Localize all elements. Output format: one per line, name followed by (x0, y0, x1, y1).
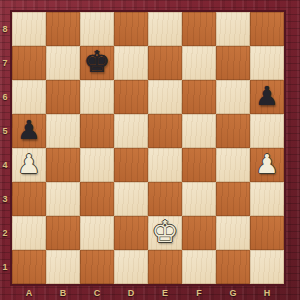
square-e2[interactable]: ♚ (148, 216, 182, 250)
square-h5[interactable] (250, 114, 284, 148)
square-g1[interactable] (216, 250, 250, 284)
square-g8[interactable] (216, 12, 250, 46)
square-d5[interactable] (114, 114, 148, 148)
square-d7[interactable] (114, 46, 148, 80)
square-e7[interactable] (148, 46, 182, 80)
square-d6[interactable] (114, 80, 148, 114)
rank-label-2: 2 (0, 216, 10, 250)
square-a3[interactable] (12, 182, 46, 216)
square-a6[interactable] (12, 80, 46, 114)
file-label-d: D (114, 286, 148, 300)
square-b7[interactable] (46, 46, 80, 80)
square-e4[interactable] (148, 148, 182, 182)
file-labels: ABCDEFGH (12, 286, 284, 300)
square-d2[interactable] (114, 216, 148, 250)
square-f5[interactable] (182, 114, 216, 148)
square-h2[interactable] (250, 216, 284, 250)
square-a4[interactable]: ♟ (12, 148, 46, 182)
square-c6[interactable] (80, 80, 114, 114)
file-label-h: H (250, 286, 284, 300)
square-b5[interactable] (46, 114, 80, 148)
square-g4[interactable] (216, 148, 250, 182)
square-e5[interactable] (148, 114, 182, 148)
square-b3[interactable] (46, 182, 80, 216)
square-d8[interactable] (114, 12, 148, 46)
file-label-f: F (182, 286, 216, 300)
square-e6[interactable] (148, 80, 182, 114)
white-king-e2[interactable]: ♚ (152, 215, 179, 249)
square-d1[interactable] (114, 250, 148, 284)
file-label-g: G (216, 286, 250, 300)
square-d4[interactable] (114, 148, 148, 182)
rank-label-6: 6 (0, 80, 10, 114)
file-label-a: A (12, 286, 46, 300)
square-g3[interactable] (216, 182, 250, 216)
rank-labels: 87654321 (0, 12, 10, 284)
square-c4[interactable] (80, 148, 114, 182)
square-e1[interactable] (148, 250, 182, 284)
square-e8[interactable] (148, 12, 182, 46)
chessboard-frame: 87654321 ♚♟♟♟♟♚ ABCDEFGH (0, 0, 300, 300)
square-f4[interactable] (182, 148, 216, 182)
square-a8[interactable] (12, 12, 46, 46)
square-f8[interactable] (182, 12, 216, 46)
square-h6[interactable]: ♟ (250, 80, 284, 114)
square-a2[interactable] (12, 216, 46, 250)
square-f1[interactable] (182, 250, 216, 284)
square-h7[interactable] (250, 46, 284, 80)
rank-label-4: 4 (0, 148, 10, 182)
black-pawn-a5[interactable]: ♟ (17, 113, 40, 147)
square-e3[interactable] (148, 182, 182, 216)
square-b6[interactable] (46, 80, 80, 114)
square-b4[interactable] (46, 148, 80, 182)
square-c2[interactable] (80, 216, 114, 250)
file-label-b: B (46, 286, 80, 300)
square-g6[interactable] (216, 80, 250, 114)
square-f6[interactable] (182, 80, 216, 114)
square-b8[interactable] (46, 12, 80, 46)
rank-label-1: 1 (0, 250, 10, 284)
square-a7[interactable] (12, 46, 46, 80)
square-a5[interactable]: ♟ (12, 114, 46, 148)
square-h8[interactable] (250, 12, 284, 46)
square-a1[interactable] (12, 250, 46, 284)
square-h3[interactable] (250, 182, 284, 216)
rank-label-7: 7 (0, 46, 10, 80)
square-c5[interactable] (80, 114, 114, 148)
rank-label-8: 8 (0, 12, 10, 46)
square-g5[interactable] (216, 114, 250, 148)
black-pawn-h6[interactable]: ♟ (255, 79, 278, 113)
square-f3[interactable] (182, 182, 216, 216)
rank-label-3: 3 (0, 182, 10, 216)
square-c3[interactable] (80, 182, 114, 216)
square-d3[interactable] (114, 182, 148, 216)
black-king-c7[interactable]: ♚ (84, 45, 111, 79)
rank-label-5: 5 (0, 114, 10, 148)
square-b2[interactable] (46, 216, 80, 250)
square-g2[interactable] (216, 216, 250, 250)
square-f2[interactable] (182, 216, 216, 250)
square-g7[interactable] (216, 46, 250, 80)
white-pawn-a4[interactable]: ♟ (17, 147, 40, 181)
file-label-e: E (148, 286, 182, 300)
square-c8[interactable] (80, 12, 114, 46)
square-h1[interactable] (250, 250, 284, 284)
square-f7[interactable] (182, 46, 216, 80)
square-c1[interactable] (80, 250, 114, 284)
board[interactable]: ♚♟♟♟♟♚ (10, 10, 286, 286)
white-pawn-h4[interactable]: ♟ (255, 147, 278, 181)
square-b1[interactable] (46, 250, 80, 284)
square-c7[interactable]: ♚ (80, 46, 114, 80)
file-label-c: C (80, 286, 114, 300)
square-h4[interactable]: ♟ (250, 148, 284, 182)
